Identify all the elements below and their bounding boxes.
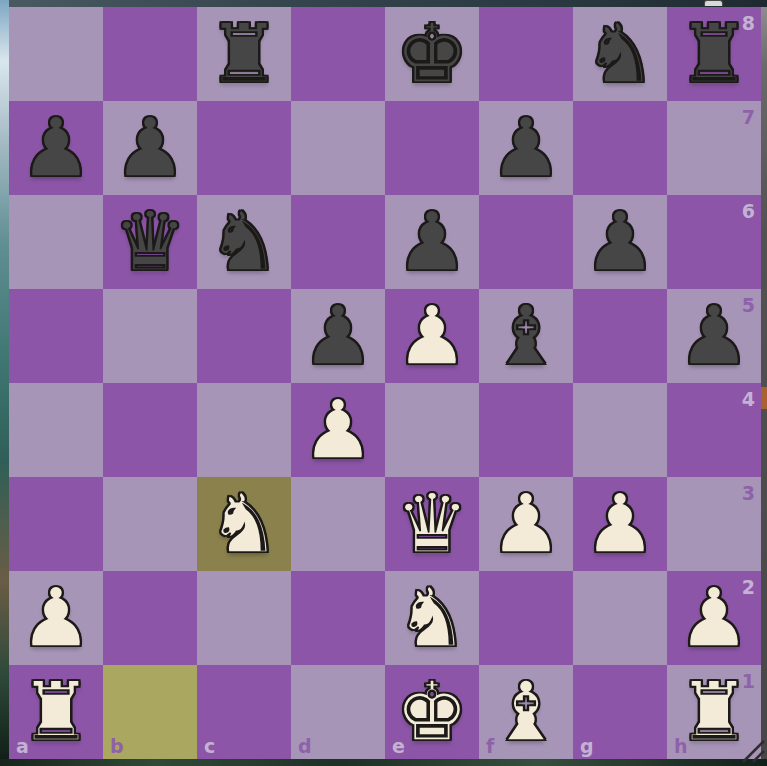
white-rook[interactable]: ♜ bbox=[19, 665, 93, 759]
square-g4[interactable] bbox=[573, 383, 667, 477]
black-queen[interactable]: ♛ bbox=[113, 195, 187, 289]
square-a4[interactable] bbox=[9, 383, 103, 477]
square-a6[interactable] bbox=[9, 195, 103, 289]
square-c5[interactable] bbox=[197, 289, 291, 383]
white-pawn[interactable]: ♟ bbox=[19, 571, 93, 665]
background-left-strip bbox=[0, 0, 9, 766]
square-f3[interactable]: ♟ bbox=[479, 477, 573, 571]
square-d7[interactable] bbox=[291, 101, 385, 195]
square-h4[interactable]: 4 bbox=[667, 383, 761, 477]
square-h8[interactable]: ♜8 bbox=[667, 7, 761, 101]
black-knight[interactable]: ♞ bbox=[583, 7, 657, 101]
scrollbar-marker bbox=[761, 387, 767, 409]
square-d1[interactable]: d bbox=[291, 665, 385, 759]
square-g1[interactable]: g bbox=[573, 665, 667, 759]
black-rook[interactable]: ♜ bbox=[677, 7, 751, 101]
file-label-d: d bbox=[298, 737, 312, 756]
square-a7[interactable]: ♟ bbox=[9, 101, 103, 195]
square-d4[interactable]: ♟ bbox=[291, 383, 385, 477]
black-bishop[interactable]: ♝ bbox=[489, 289, 563, 383]
square-g7[interactable] bbox=[573, 101, 667, 195]
square-d8[interactable] bbox=[291, 7, 385, 101]
square-e3[interactable]: ♛ bbox=[385, 477, 479, 571]
square-b5[interactable] bbox=[103, 289, 197, 383]
square-a5[interactable] bbox=[9, 289, 103, 383]
square-e8[interactable]: ♚ bbox=[385, 7, 479, 101]
square-h2[interactable]: ♟2 bbox=[667, 571, 761, 665]
square-g2[interactable] bbox=[573, 571, 667, 665]
square-d5[interactable]: ♟ bbox=[291, 289, 385, 383]
file-label-c: c bbox=[204, 737, 215, 756]
square-b7[interactable]: ♟ bbox=[103, 101, 197, 195]
square-f4[interactable] bbox=[479, 383, 573, 477]
black-king[interactable]: ♚ bbox=[395, 7, 469, 101]
square-e6[interactable]: ♟ bbox=[385, 195, 479, 289]
square-g8[interactable]: ♞ bbox=[573, 7, 667, 101]
black-pawn[interactable]: ♟ bbox=[489, 101, 563, 195]
square-b3[interactable] bbox=[103, 477, 197, 571]
square-g6[interactable]: ♟ bbox=[573, 195, 667, 289]
rank-label-4: 4 bbox=[742, 390, 755, 409]
square-e1[interactable]: ♚e bbox=[385, 665, 479, 759]
board-resize-handle-icon[interactable] bbox=[740, 738, 766, 764]
square-d3[interactable] bbox=[291, 477, 385, 571]
white-king[interactable]: ♚ bbox=[395, 665, 469, 759]
black-knight[interactable]: ♞ bbox=[207, 195, 281, 289]
square-f2[interactable] bbox=[479, 571, 573, 665]
black-pawn[interactable]: ♟ bbox=[583, 195, 657, 289]
square-b4[interactable] bbox=[103, 383, 197, 477]
white-pawn[interactable]: ♟ bbox=[677, 571, 751, 665]
square-b6[interactable]: ♛ bbox=[103, 195, 197, 289]
square-g3[interactable]: ♟ bbox=[573, 477, 667, 571]
square-b2[interactable] bbox=[103, 571, 197, 665]
square-e5[interactable]: ♟ bbox=[385, 289, 479, 383]
white-knight[interactable]: ♞ bbox=[207, 477, 281, 571]
black-rook[interactable]: ♜ bbox=[207, 7, 281, 101]
black-pawn[interactable]: ♟ bbox=[677, 289, 751, 383]
square-e2[interactable]: ♞ bbox=[385, 571, 479, 665]
black-pawn[interactable]: ♟ bbox=[19, 101, 93, 195]
black-pawn[interactable]: ♟ bbox=[301, 289, 375, 383]
square-a3[interactable] bbox=[9, 477, 103, 571]
square-a2[interactable]: ♟ bbox=[9, 571, 103, 665]
square-c6[interactable]: ♞ bbox=[197, 195, 291, 289]
file-label-b: b bbox=[110, 737, 124, 756]
square-b8[interactable] bbox=[103, 7, 197, 101]
square-c2[interactable] bbox=[197, 571, 291, 665]
square-d6[interactable] bbox=[291, 195, 385, 289]
rank-label-6: 6 bbox=[742, 202, 755, 221]
square-h6[interactable]: 6 bbox=[667, 195, 761, 289]
white-pawn[interactable]: ♟ bbox=[489, 477, 563, 571]
white-knight[interactable]: ♞ bbox=[395, 571, 469, 665]
white-pawn[interactable]: ♟ bbox=[301, 383, 375, 477]
lichess-board-screen: ♜♚♞♜8♟♟♟7♛♞♟♟6♟♟♝♟5♟4♞♛♟♟3♟♞♟2♜abcd♚e♝fg… bbox=[0, 0, 767, 766]
square-c4[interactable] bbox=[197, 383, 291, 477]
scrollbar-track[interactable] bbox=[761, 7, 767, 759]
chess-board[interactable]: ♜♚♞♜8♟♟♟7♛♞♟♟6♟♟♝♟5♟4♞♛♟♟3♟♞♟2♜abcd♚e♝fg… bbox=[9, 7, 761, 759]
square-f5[interactable]: ♝ bbox=[479, 289, 573, 383]
square-e7[interactable] bbox=[385, 101, 479, 195]
square-f7[interactable]: ♟ bbox=[479, 101, 573, 195]
white-queen[interactable]: ♛ bbox=[395, 477, 469, 571]
square-f8[interactable] bbox=[479, 7, 573, 101]
square-f1[interactable]: ♝f bbox=[479, 665, 573, 759]
square-e4[interactable] bbox=[385, 383, 479, 477]
square-h5[interactable]: ♟5 bbox=[667, 289, 761, 383]
black-pawn[interactable]: ♟ bbox=[395, 195, 469, 289]
square-d2[interactable] bbox=[291, 571, 385, 665]
square-g5[interactable] bbox=[573, 289, 667, 383]
square-c7[interactable] bbox=[197, 101, 291, 195]
white-bishop[interactable]: ♝ bbox=[489, 665, 563, 759]
background-bottom-strip bbox=[0, 759, 767, 766]
rank-label-7: 7 bbox=[742, 108, 755, 127]
square-c1[interactable]: c bbox=[197, 665, 291, 759]
square-a1[interactable]: ♜a bbox=[9, 665, 103, 759]
square-a8[interactable] bbox=[9, 7, 103, 101]
black-pawn[interactable]: ♟ bbox=[113, 101, 187, 195]
square-c3[interactable]: ♞ bbox=[197, 477, 291, 571]
square-f6[interactable] bbox=[479, 195, 573, 289]
square-h3[interactable]: 3 bbox=[667, 477, 761, 571]
white-pawn[interactable]: ♟ bbox=[395, 289, 469, 383]
white-pawn[interactable]: ♟ bbox=[583, 477, 657, 571]
square-c8[interactable]: ♜ bbox=[197, 7, 291, 101]
file-label-g: g bbox=[580, 737, 594, 756]
square-b1[interactable]: b bbox=[103, 665, 197, 759]
square-h7[interactable]: 7 bbox=[667, 101, 761, 195]
rank-label-3: 3 bbox=[742, 484, 755, 503]
